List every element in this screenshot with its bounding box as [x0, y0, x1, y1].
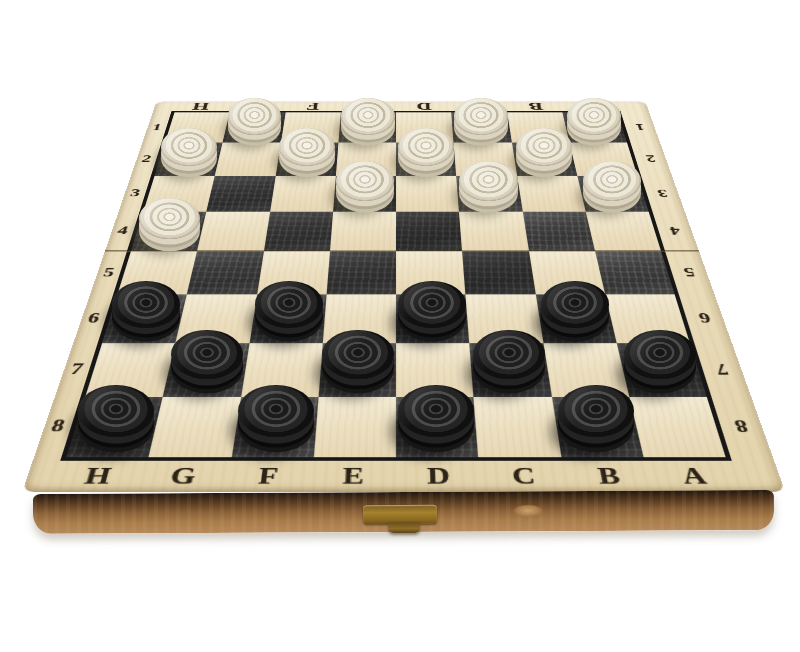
piece-black-d6[interactable]: [398, 281, 466, 327]
piece-white-c3[interactable]: [459, 161, 518, 201]
piece-black-a7[interactable]: [624, 330, 696, 379]
piece-white-a1[interactable]: [567, 98, 621, 135]
piece-white-c1[interactable]: [454, 98, 508, 135]
board-game-photo: HGFEDCBA 12345678 12345678 HGFEDCBA: [0, 0, 800, 652]
piece-black-f6[interactable]: [255, 281, 323, 327]
piece-black-h6[interactable]: [112, 281, 180, 327]
piece-white-h4[interactable]: [139, 198, 200, 240]
piece-white-e3[interactable]: [336, 161, 395, 201]
piece-white-a3[interactable]: [583, 161, 642, 201]
piece-black-b8[interactable]: [558, 385, 634, 437]
piece-white-h2[interactable]: [161, 128, 217, 166]
piece-black-b6[interactable]: [541, 281, 609, 327]
piece-black-d8[interactable]: [398, 385, 474, 437]
piece-white-d2[interactable]: [398, 128, 454, 166]
piece-black-c7[interactable]: [473, 330, 545, 379]
piece-black-f8[interactable]: [238, 385, 314, 437]
piece-white-b2[interactable]: [516, 128, 572, 166]
piece-black-e7[interactable]: [322, 330, 394, 379]
pieces-layer: [0, 0, 800, 652]
piece-black-g7[interactable]: [171, 330, 243, 379]
piece-white-e1[interactable]: [341, 98, 395, 135]
piece-white-f2[interactable]: [279, 128, 335, 166]
piece-black-h8[interactable]: [78, 385, 154, 437]
piece-white-g1[interactable]: [228, 98, 282, 135]
